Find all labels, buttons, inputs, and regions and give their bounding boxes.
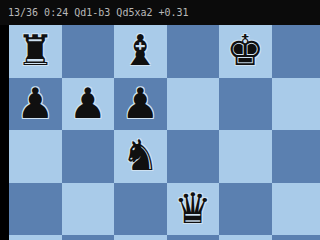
square-a8[interactable]: ♜ bbox=[9, 25, 62, 78]
black-pawn[interactable]: ♟ bbox=[121, 83, 159, 125]
square-e7[interactable] bbox=[219, 78, 272, 131]
square-f4[interactable]: ♗ bbox=[272, 235, 320, 240]
square-c8[interactable]: ♝ bbox=[114, 25, 167, 78]
square-c5[interactable] bbox=[114, 183, 167, 236]
square-a6[interactable] bbox=[9, 130, 62, 183]
square-a5[interactable] bbox=[9, 183, 62, 236]
square-d6[interactable] bbox=[167, 130, 220, 183]
square-f5[interactable] bbox=[272, 183, 320, 236]
square-b6[interactable] bbox=[62, 130, 115, 183]
square-f8[interactable] bbox=[272, 25, 320, 78]
square-a4[interactable] bbox=[9, 235, 62, 240]
black-pawn[interactable]: ♟ bbox=[16, 83, 54, 125]
chess-board[interactable]: ♜♝♚♜♟♟♟♞♟♛♙♗♟♙♙♙♙♙♖♕♖♔ bbox=[8, 25, 320, 240]
black-bishop[interactable]: ♝ bbox=[121, 30, 159, 72]
square-a7[interactable]: ♟ bbox=[9, 78, 62, 131]
black-pawn[interactable]: ♟ bbox=[69, 83, 107, 125]
square-b8[interactable] bbox=[62, 25, 115, 78]
square-b7[interactable]: ♟ bbox=[62, 78, 115, 131]
square-d7[interactable] bbox=[167, 78, 220, 131]
square-b4[interactable] bbox=[62, 235, 115, 240]
black-king[interactable]: ♚ bbox=[226, 30, 264, 72]
square-e6[interactable] bbox=[219, 130, 272, 183]
square-e5[interactable] bbox=[219, 183, 272, 236]
square-f6[interactable] bbox=[272, 130, 320, 183]
square-c6[interactable]: ♞ bbox=[114, 130, 167, 183]
square-c7[interactable]: ♟ bbox=[114, 78, 167, 131]
square-c4[interactable] bbox=[114, 235, 167, 240]
square-f7[interactable] bbox=[272, 78, 320, 131]
square-e8[interactable]: ♚ bbox=[219, 25, 272, 78]
black-rook[interactable]: ♜ bbox=[16, 30, 54, 72]
square-d8[interactable] bbox=[167, 25, 220, 78]
square-b5[interactable] bbox=[62, 183, 115, 236]
app-window: 13/36 0:24 Qd1-b3 Qd5xa2 +0.31 ♜♝♚♜♟♟♟♞♟… bbox=[0, 0, 320, 240]
black-knight[interactable]: ♞ bbox=[121, 135, 159, 177]
black-queen[interactable]: ♛ bbox=[174, 188, 212, 230]
square-d4[interactable]: ♙ bbox=[167, 235, 220, 240]
analysis-status-bar: 13/36 0:24 Qd1-b3 Qd5xa2 +0.31 bbox=[0, 0, 320, 25]
square-d5[interactable]: ♛ bbox=[167, 183, 220, 236]
square-e4[interactable] bbox=[219, 235, 272, 240]
